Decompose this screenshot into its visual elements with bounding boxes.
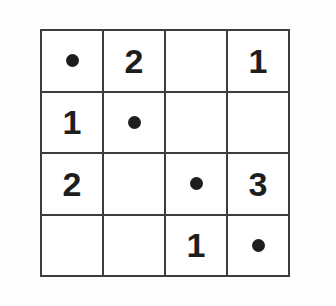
cell-r1c3[interactable] (166, 31, 226, 91)
cell-r4c4[interactable] (228, 216, 288, 276)
dot-icon (252, 239, 265, 252)
cell-r4c1[interactable] (42, 216, 102, 276)
cell-r2c3[interactable] (166, 93, 226, 153)
cell-r2c2[interactable] (104, 93, 164, 153)
cell-r4c3[interactable]: 1 (166, 216, 226, 276)
cell-r1c4[interactable]: 1 (228, 31, 288, 91)
cell-r1c1[interactable] (42, 31, 102, 91)
cell-r3c3[interactable] (166, 154, 226, 214)
cell-r3c2[interactable] (104, 154, 164, 214)
cell-r3c4[interactable]: 3 (228, 154, 288, 214)
dot-icon (128, 116, 141, 129)
clue-number: 2 (63, 167, 82, 201)
clue-number: 1 (63, 105, 82, 139)
puzzle-board: 211231 (40, 29, 290, 277)
cell-r2c1[interactable]: 1 (42, 93, 102, 153)
clue-number: 1 (187, 228, 206, 262)
cell-r2c4[interactable] (228, 93, 288, 153)
clue-number: 3 (249, 167, 268, 201)
dot-icon (190, 177, 203, 190)
cell-r4c2[interactable] (104, 216, 164, 276)
cell-r1c2[interactable]: 2 (104, 31, 164, 91)
cell-r3c1[interactable]: 2 (42, 154, 102, 214)
clue-number: 1 (249, 44, 268, 78)
dot-icon (66, 54, 79, 67)
clue-number: 2 (125, 44, 144, 78)
